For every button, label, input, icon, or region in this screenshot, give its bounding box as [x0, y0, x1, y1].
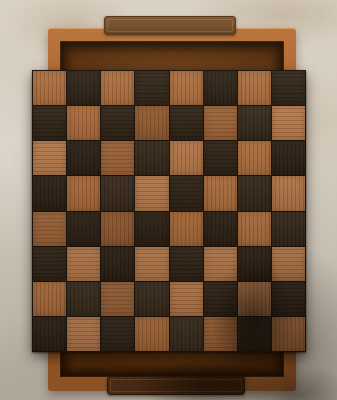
- square-c5[interactable]: [101, 176, 134, 210]
- square-a1[interactable]: [33, 317, 66, 351]
- square-g1[interactable]: [238, 317, 271, 351]
- square-c8[interactable]: [101, 71, 134, 105]
- square-a7[interactable]: [33, 106, 66, 140]
- square-c6[interactable]: [101, 141, 134, 175]
- square-h2[interactable]: [272, 282, 305, 316]
- square-d3[interactable]: [135, 247, 168, 281]
- tray-handle-top: [104, 16, 236, 35]
- tray-handle-bottom: [107, 376, 245, 395]
- marble-surface: [0, 0, 337, 400]
- square-f8[interactable]: [204, 71, 237, 105]
- square-c4[interactable]: [101, 212, 134, 246]
- square-e7[interactable]: [170, 106, 203, 140]
- square-e8[interactable]: [170, 71, 203, 105]
- square-d7[interactable]: [135, 106, 168, 140]
- square-b6[interactable]: [67, 141, 100, 175]
- handle-stitching: [107, 19, 233, 32]
- square-e3[interactable]: [170, 247, 203, 281]
- square-b4[interactable]: [67, 212, 100, 246]
- square-a2[interactable]: [33, 282, 66, 316]
- square-h4[interactable]: [272, 212, 305, 246]
- square-g6[interactable]: [238, 141, 271, 175]
- square-e2[interactable]: [170, 282, 203, 316]
- square-g7[interactable]: [238, 106, 271, 140]
- square-f6[interactable]: [204, 141, 237, 175]
- square-f2[interactable]: [204, 282, 237, 316]
- square-f5[interactable]: [204, 176, 237, 210]
- square-c2[interactable]: [101, 282, 134, 316]
- square-c3[interactable]: [101, 247, 134, 281]
- square-g4[interactable]: [238, 212, 271, 246]
- square-g3[interactable]: [238, 247, 271, 281]
- square-h6[interactable]: [272, 141, 305, 175]
- square-a4[interactable]: [33, 212, 66, 246]
- square-e4[interactable]: [170, 212, 203, 246]
- square-f1[interactable]: [204, 317, 237, 351]
- square-d6[interactable]: [135, 141, 168, 175]
- square-c7[interactable]: [101, 106, 134, 140]
- square-g5[interactable]: [238, 176, 271, 210]
- square-a6[interactable]: [33, 141, 66, 175]
- square-h5[interactable]: [272, 176, 305, 210]
- square-a5[interactable]: [33, 176, 66, 210]
- square-a8[interactable]: [33, 71, 66, 105]
- square-h3[interactable]: [272, 247, 305, 281]
- chessboard: [32, 70, 306, 352]
- square-f4[interactable]: [204, 212, 237, 246]
- square-d8[interactable]: [135, 71, 168, 105]
- square-b3[interactable]: [67, 247, 100, 281]
- square-a3[interactable]: [33, 247, 66, 281]
- square-h8[interactable]: [272, 71, 305, 105]
- square-b7[interactable]: [67, 106, 100, 140]
- square-g8[interactable]: [238, 71, 271, 105]
- square-d5[interactable]: [135, 176, 168, 210]
- square-b5[interactable]: [67, 176, 100, 210]
- square-b2[interactable]: [67, 282, 100, 316]
- square-c1[interactable]: [101, 317, 134, 351]
- square-h7[interactable]: [272, 106, 305, 140]
- square-h1[interactable]: [272, 317, 305, 351]
- square-f7[interactable]: [204, 106, 237, 140]
- square-e1[interactable]: [170, 317, 203, 351]
- square-d4[interactable]: [135, 212, 168, 246]
- square-b8[interactable]: [67, 71, 100, 105]
- square-b1[interactable]: [67, 317, 100, 351]
- square-e5[interactable]: [170, 176, 203, 210]
- handle-stitching: [110, 379, 242, 392]
- square-d1[interactable]: [135, 317, 168, 351]
- square-g2[interactable]: [238, 282, 271, 316]
- square-d2[interactable]: [135, 282, 168, 316]
- square-e6[interactable]: [170, 141, 203, 175]
- square-f3[interactable]: [204, 247, 237, 281]
